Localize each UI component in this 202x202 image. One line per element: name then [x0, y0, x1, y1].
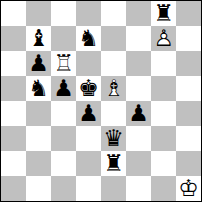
square-g4[interactable]	[151, 101, 176, 126]
square-a6[interactable]	[1, 51, 26, 76]
square-e5[interactable]: ♝♗	[101, 76, 126, 101]
square-f2[interactable]	[126, 151, 151, 176]
square-e3[interactable]: ♛	[101, 126, 126, 151]
square-c1[interactable]	[51, 176, 76, 201]
chess-board: ♜♝♞♟♙♟♜♖♞♟♚♝♗♟♟♛♜♚♔	[0, 0, 202, 202]
square-c8[interactable]	[51, 1, 76, 26]
square-b8[interactable]	[26, 1, 51, 26]
square-g6[interactable]	[151, 51, 176, 76]
square-c5[interactable]: ♟	[51, 76, 76, 101]
black-queen: ♛	[101, 126, 126, 151]
square-a3[interactable]	[1, 126, 26, 151]
black-pawn: ♟	[26, 51, 51, 76]
square-h3[interactable]	[176, 126, 201, 151]
white-rook: ♜♖	[51, 51, 76, 76]
square-d5[interactable]: ♚	[76, 76, 101, 101]
square-h8[interactable]	[176, 1, 201, 26]
white-pawn: ♟♙	[151, 26, 176, 51]
square-b6[interactable]: ♟	[26, 51, 51, 76]
square-g2[interactable]	[151, 151, 176, 176]
square-g1[interactable]	[151, 176, 176, 201]
square-e8[interactable]	[101, 1, 126, 26]
square-a5[interactable]	[1, 76, 26, 101]
square-c4[interactable]	[51, 101, 76, 126]
square-h2[interactable]	[176, 151, 201, 176]
square-f1[interactable]	[126, 176, 151, 201]
square-e7[interactable]	[101, 26, 126, 51]
square-d7[interactable]: ♞	[76, 26, 101, 51]
square-e2[interactable]: ♜	[101, 151, 126, 176]
square-h1[interactable]: ♚♔	[176, 176, 201, 201]
white-king: ♚♔	[176, 176, 201, 201]
square-a7[interactable]	[1, 26, 26, 51]
square-h5[interactable]	[176, 76, 201, 101]
square-b5[interactable]: ♞	[26, 76, 51, 101]
square-b4[interactable]	[26, 101, 51, 126]
black-knight: ♞	[76, 26, 101, 51]
square-d8[interactable]	[76, 1, 101, 26]
black-pawn: ♟	[51, 76, 76, 101]
square-g7[interactable]: ♟♙	[151, 26, 176, 51]
black-pawn: ♟	[126, 101, 151, 126]
square-c6[interactable]: ♜♖	[51, 51, 76, 76]
white-bishop: ♝♗	[101, 76, 126, 101]
square-h4[interactable]	[176, 101, 201, 126]
square-e1[interactable]	[101, 176, 126, 201]
square-f4[interactable]: ♟	[126, 101, 151, 126]
black-knight: ♞	[26, 76, 51, 101]
square-e6[interactable]	[101, 51, 126, 76]
black-king: ♚	[76, 76, 101, 101]
square-a2[interactable]	[1, 151, 26, 176]
square-d2[interactable]	[76, 151, 101, 176]
square-a1[interactable]	[1, 176, 26, 201]
black-bishop: ♝	[26, 26, 51, 51]
square-f6[interactable]	[126, 51, 151, 76]
square-c3[interactable]	[51, 126, 76, 151]
square-b2[interactable]	[26, 151, 51, 176]
square-f8[interactable]	[126, 1, 151, 26]
square-b3[interactable]	[26, 126, 51, 151]
black-rook: ♜	[151, 1, 176, 26]
square-e4[interactable]	[101, 101, 126, 126]
square-f5[interactable]	[126, 76, 151, 101]
square-c2[interactable]	[51, 151, 76, 176]
black-pawn: ♟	[76, 101, 101, 126]
square-d6[interactable]	[76, 51, 101, 76]
square-g3[interactable]	[151, 126, 176, 151]
black-rook: ♜	[101, 151, 126, 176]
square-a8[interactable]	[1, 1, 26, 26]
square-f7[interactable]	[126, 26, 151, 51]
square-g8[interactable]: ♜	[151, 1, 176, 26]
chess-diagram: ♜♝♞♟♙♟♜♖♞♟♚♝♗♟♟♛♜♚♔	[0, 0, 202, 202]
square-f3[interactable]	[126, 126, 151, 151]
square-a4[interactable]	[1, 101, 26, 126]
square-b7[interactable]: ♝	[26, 26, 51, 51]
square-c7[interactable]	[51, 26, 76, 51]
square-d4[interactable]: ♟	[76, 101, 101, 126]
square-h6[interactable]	[176, 51, 201, 76]
square-d3[interactable]	[76, 126, 101, 151]
square-d1[interactable]	[76, 176, 101, 201]
square-g5[interactable]	[151, 76, 176, 101]
square-b1[interactable]	[26, 176, 51, 201]
square-h7[interactable]	[176, 26, 201, 51]
